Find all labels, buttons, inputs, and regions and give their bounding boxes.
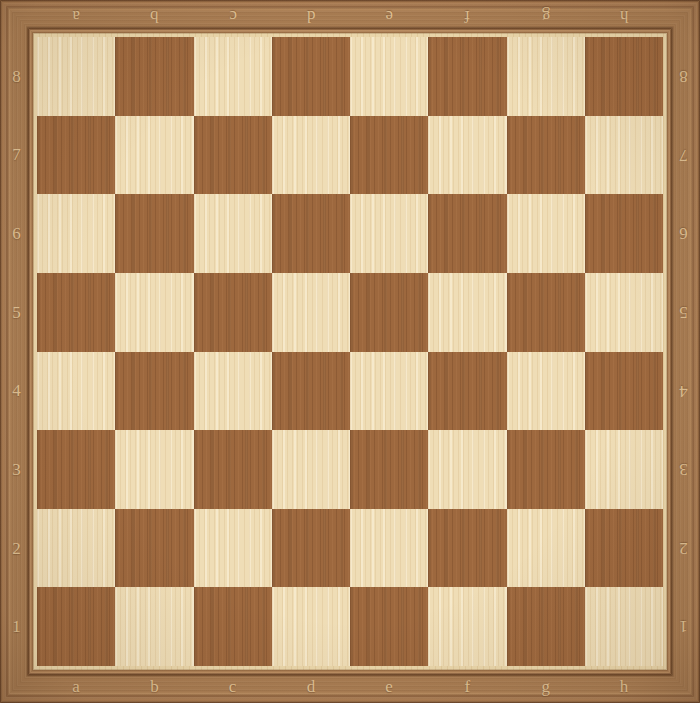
square-a1[interactable] <box>37 587 115 666</box>
square-a6[interactable] <box>37 194 115 273</box>
square-c5[interactable] <box>194 273 272 352</box>
square-a5[interactable] <box>37 273 115 352</box>
square-g3[interactable] <box>507 430 585 509</box>
square-c4[interactable] <box>194 352 272 431</box>
square-h6[interactable] <box>585 194 663 273</box>
square-f2[interactable] <box>428 509 506 588</box>
square-c6[interactable] <box>194 194 272 273</box>
square-h8[interactable] <box>585 37 663 116</box>
square-g8[interactable] <box>507 37 585 116</box>
square-a2[interactable] <box>37 509 115 588</box>
square-b7[interactable] <box>115 116 193 195</box>
square-h1[interactable] <box>585 587 663 666</box>
board-frame-right <box>667 0 700 703</box>
square-d4[interactable] <box>272 352 350 431</box>
square-e8[interactable] <box>350 37 428 116</box>
square-b2[interactable] <box>115 509 193 588</box>
square-h7[interactable] <box>585 116 663 195</box>
square-b4[interactable] <box>115 352 193 431</box>
square-a7[interactable] <box>37 116 115 195</box>
square-a3[interactable] <box>37 430 115 509</box>
square-f6[interactable] <box>428 194 506 273</box>
board-frame-top <box>0 0 700 33</box>
square-f4[interactable] <box>428 352 506 431</box>
square-c2[interactable] <box>194 509 272 588</box>
square-e7[interactable] <box>350 116 428 195</box>
square-c8[interactable] <box>194 37 272 116</box>
square-d7[interactable] <box>272 116 350 195</box>
square-d5[interactable] <box>272 273 350 352</box>
square-d8[interactable] <box>272 37 350 116</box>
square-c1[interactable] <box>194 587 272 666</box>
square-g4[interactable] <box>507 352 585 431</box>
chessboard-photo: abcdefgh abcdefgh 87654321 87654321 <box>0 0 700 703</box>
square-f5[interactable] <box>428 273 506 352</box>
square-f1[interactable] <box>428 587 506 666</box>
square-g1[interactable] <box>507 587 585 666</box>
square-f3[interactable] <box>428 430 506 509</box>
square-c3[interactable] <box>194 430 272 509</box>
board-grid <box>37 37 663 666</box>
square-a8[interactable] <box>37 37 115 116</box>
square-f8[interactable] <box>428 37 506 116</box>
square-e2[interactable] <box>350 509 428 588</box>
square-g2[interactable] <box>507 509 585 588</box>
square-h3[interactable] <box>585 430 663 509</box>
square-e4[interactable] <box>350 352 428 431</box>
square-e1[interactable] <box>350 587 428 666</box>
square-e3[interactable] <box>350 430 428 509</box>
square-h2[interactable] <box>585 509 663 588</box>
square-b3[interactable] <box>115 430 193 509</box>
square-d2[interactable] <box>272 509 350 588</box>
square-h5[interactable] <box>585 273 663 352</box>
board-frame-left <box>0 0 33 703</box>
square-b8[interactable] <box>115 37 193 116</box>
square-f7[interactable] <box>428 116 506 195</box>
square-d1[interactable] <box>272 587 350 666</box>
square-e5[interactable] <box>350 273 428 352</box>
square-g5[interactable] <box>507 273 585 352</box>
square-b6[interactable] <box>115 194 193 273</box>
square-b1[interactable] <box>115 587 193 666</box>
square-h4[interactable] <box>585 352 663 431</box>
square-b5[interactable] <box>115 273 193 352</box>
square-e6[interactable] <box>350 194 428 273</box>
square-c7[interactable] <box>194 116 272 195</box>
square-a4[interactable] <box>37 352 115 431</box>
square-d3[interactable] <box>272 430 350 509</box>
square-g6[interactable] <box>507 194 585 273</box>
square-g7[interactable] <box>507 116 585 195</box>
board-frame-bottom <box>0 670 700 703</box>
square-d6[interactable] <box>272 194 350 273</box>
